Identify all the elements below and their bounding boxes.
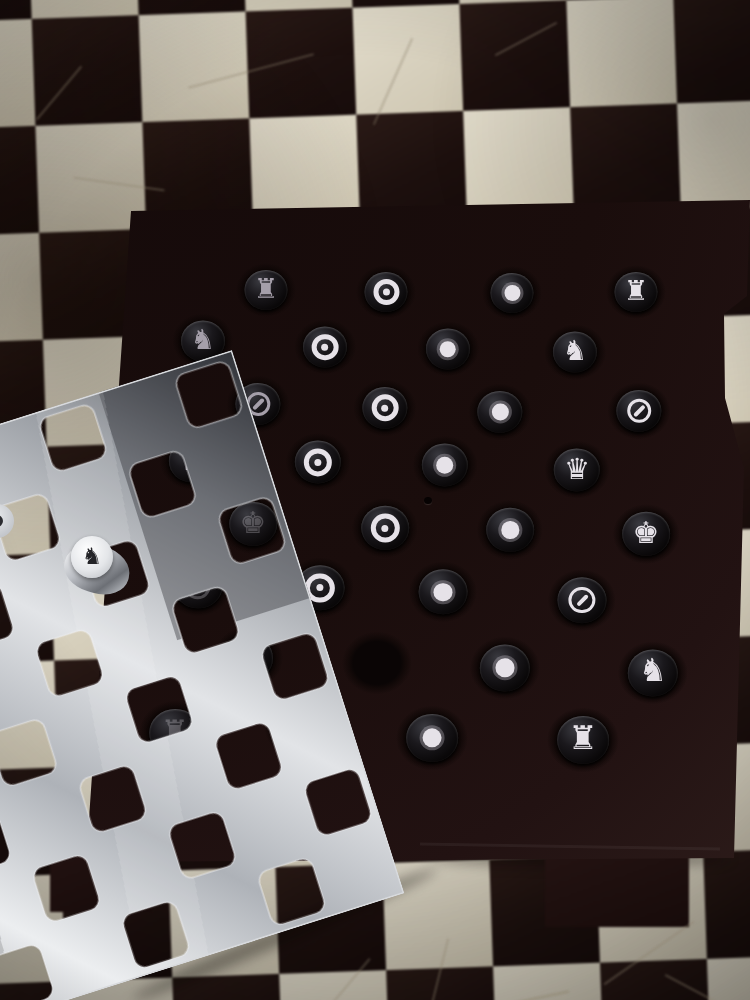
white-knight-piece[interactable]: ♞ bbox=[71, 536, 113, 578]
chess-set-photo: ♜♜♞♞♛♛♚♚♞♞♜♜ ♞ bbox=[0, 0, 750, 1000]
loose-pieces-layer: ♞ bbox=[0, 0, 750, 1000]
knight-icon: ♞ bbox=[82, 545, 103, 568]
white-piece-partial[interactable] bbox=[0, 504, 14, 538]
